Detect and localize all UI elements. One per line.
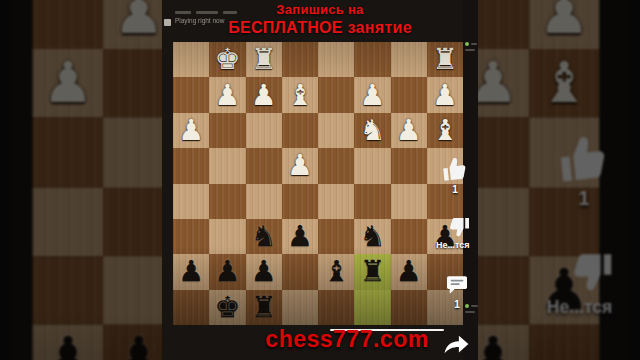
square-h6[interactable] — [173, 219, 209, 254]
square-f3[interactable] — [246, 113, 282, 148]
square-d6[interactable] — [318, 219, 354, 254]
chess-app-video: Playing right now ♚♜♜♟♟♝♟♟♟♞♟♝♟♞♟♞♟♟♟♟♝♜… — [162, 0, 478, 360]
piece-black-k: ♚ — [214, 293, 240, 322]
square-b5[interactable] — [391, 184, 427, 219]
square-g6[interactable] — [209, 219, 245, 254]
short-video-frame: Playing right now ♚♜♜♟♟♝♟♟♟♞♟♝♟♞♟♞♟♟♟♟♝♜… — [0, 0, 640, 360]
square-e1[interactable] — [282, 42, 318, 77]
square-g2[interactable]: ♟ — [209, 77, 245, 112]
piece-black-p: ♟ — [396, 257, 422, 286]
square-c7[interactable]: ♜ — [354, 254, 390, 289]
piece-white-k: ♚ — [214, 45, 240, 74]
square-g3[interactable] — [209, 113, 245, 148]
piece-white-r: ♜ — [432, 45, 458, 74]
square-e2[interactable]: ♝ — [282, 77, 318, 112]
square-h7[interactable]: ♟ — [173, 254, 209, 289]
square-e3[interactable] — [282, 113, 318, 148]
piece-white-p: ♟ — [396, 116, 422, 145]
square-a2[interactable]: ♟ — [427, 77, 463, 112]
square-b3[interactable]: ♟ — [391, 113, 427, 148]
comment-icon[interactable] — [446, 275, 468, 295]
square-b6[interactable] — [391, 219, 427, 254]
piece-black-p: ♟ — [178, 257, 204, 286]
like-count: 1 — [441, 184, 469, 195]
chess-board: ♚♜♜♟♟♝♟♟♟♞♟♝♟♞♟♞♟♟♟♟♝♜♟♚♜ — [173, 42, 463, 325]
square-d5[interactable] — [318, 184, 354, 219]
square-b2[interactable] — [391, 77, 427, 112]
square-d7[interactable]: ♝ — [318, 254, 354, 289]
online-player-top-2 — [465, 49, 475, 51]
piece-black-p: ♟ — [287, 222, 313, 251]
square-e4[interactable]: ♟ — [282, 148, 318, 183]
square-b4[interactable] — [391, 148, 427, 183]
square-g7[interactable]: ♟ — [209, 254, 245, 289]
online-player-bottom-2 — [465, 311, 475, 313]
comment-count: 1 — [446, 299, 468, 310]
piece-black-b: ♝ — [323, 257, 349, 286]
piece-white-p: ♟ — [359, 81, 385, 110]
piece-black-r: ♜ — [359, 257, 385, 286]
piece-white-p: ♟ — [178, 116, 204, 145]
piece-white-r: ♜ — [251, 45, 277, 74]
square-e7[interactable] — [282, 254, 318, 289]
online-dot — [465, 42, 469, 46]
square-d3[interactable] — [318, 113, 354, 148]
piece-white-n: ♞ — [359, 116, 385, 145]
piece-black-p: ♟ — [251, 257, 277, 286]
square-c8[interactable] — [354, 290, 390, 325]
square-f8[interactable]: ♜ — [246, 290, 282, 325]
promo-text-line2: БЕСПЛАТНОЕ занятие — [0, 19, 640, 37]
piece-black-n: ♞ — [251, 222, 277, 251]
square-h2[interactable] — [173, 77, 209, 112]
thumbs-up-icon[interactable] — [440, 154, 471, 185]
square-b1[interactable] — [391, 42, 427, 77]
square-g1[interactable]: ♚ — [209, 42, 245, 77]
square-d2[interactable] — [318, 77, 354, 112]
square-c2[interactable]: ♟ — [354, 77, 390, 112]
square-c3[interactable]: ♞ — [354, 113, 390, 148]
square-a1[interactable]: ♜ — [427, 42, 463, 77]
square-a3[interactable]: ♝ — [427, 113, 463, 148]
square-f1[interactable]: ♜ — [246, 42, 282, 77]
square-c1[interactable] — [354, 42, 390, 77]
square-f6[interactable]: ♞ — [246, 219, 282, 254]
piece-white-p: ♟ — [432, 81, 458, 110]
square-h5[interactable] — [173, 184, 209, 219]
piece-black-p: ♟ — [214, 257, 240, 286]
piece-white-p: ♟ — [251, 81, 277, 110]
piece-white-b: ♝ — [432, 116, 458, 145]
square-h1[interactable] — [173, 42, 209, 77]
square-g8[interactable]: ♚ — [209, 290, 245, 325]
piece-white-p: ♟ — [214, 81, 240, 110]
square-f4[interactable] — [246, 148, 282, 183]
square-h4[interactable] — [173, 148, 209, 183]
piece-white-p: ♟ — [287, 151, 313, 180]
square-h8[interactable] — [173, 290, 209, 325]
piece-black-r: ♜ — [251, 293, 277, 322]
website-url: chess777.com — [182, 326, 512, 353]
thumbs-down-icon[interactable] — [446, 215, 472, 239]
square-b7[interactable]: ♟ — [391, 254, 427, 289]
square-b8[interactable] — [391, 290, 427, 325]
piece-white-b: ♝ — [287, 81, 313, 110]
square-e5[interactable] — [282, 184, 318, 219]
online-player-top — [465, 42, 477, 46]
square-h3[interactable]: ♟ — [173, 113, 209, 148]
promo-text-line1: Запишись на — [0, 2, 640, 17]
square-c6[interactable]: ♞ — [354, 219, 390, 254]
square-f7[interactable]: ♟ — [246, 254, 282, 289]
square-f5[interactable] — [246, 184, 282, 219]
square-d8[interactable] — [318, 290, 354, 325]
square-e6[interactable]: ♟ — [282, 219, 318, 254]
square-f2[interactable]: ♟ — [246, 77, 282, 112]
square-g4[interactable] — [209, 148, 245, 183]
square-c4[interactable] — [354, 148, 390, 183]
square-d1[interactable] — [318, 42, 354, 77]
square-e8[interactable] — [282, 290, 318, 325]
piece-black-n: ♞ — [359, 222, 385, 251]
truncated-caption: Не...тся — [436, 240, 470, 250]
square-d4[interactable] — [318, 148, 354, 183]
square-c5[interactable] — [354, 184, 390, 219]
square-g5[interactable] — [209, 184, 245, 219]
